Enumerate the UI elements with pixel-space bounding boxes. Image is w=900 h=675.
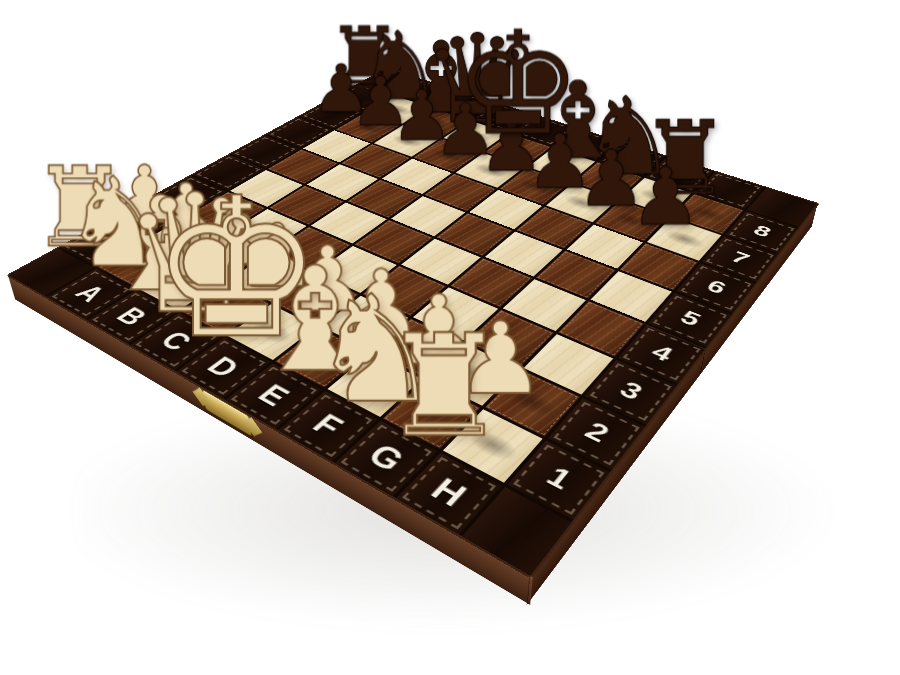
piece-white-rook-h1[interactable]: ♜ <box>381 316 507 457</box>
piece-black-pawn-h7[interactable]: ♟ <box>630 157 701 236</box>
photo-scene: ♜♞♝♛♚♝♞♜8♟♟♟♟♟♟♟♟76543♟♟♟♟♟♟♟♟2♜♞♝♛♚♝♞♜1… <box>0 0 900 675</box>
square-g5[interactable] <box>536 251 615 299</box>
chess-board: ♜♞♝♛♚♝♞♜8♟♟♟♟♟♟♟♟76543♟♟♟♟♟♟♟♟2♜♞♝♛♚♝♞♜1… <box>9 69 817 576</box>
